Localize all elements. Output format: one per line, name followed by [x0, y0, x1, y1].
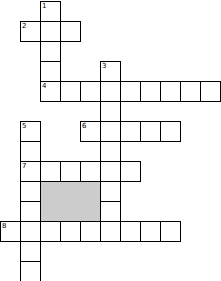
- cell-r11c7[interactable]: [140, 221, 161, 242]
- cell-r1c3[interactable]: [60, 21, 81, 42]
- cell-r4c3[interactable]: [60, 81, 81, 102]
- clue-number-5: 5: [22, 122, 26, 130]
- cell-r8c1[interactable]: 7: [20, 161, 41, 182]
- cell-r4c6[interactable]: [120, 81, 141, 102]
- clue-number-2: 2: [22, 22, 26, 30]
- cell-r11c3[interactable]: [60, 221, 81, 242]
- clue-number-7: 7: [22, 162, 26, 170]
- cell-r5c5[interactable]: [100, 101, 121, 122]
- crossword-grid: 12345678: [0, 1, 221, 281]
- cell-r8c2[interactable]: [40, 161, 61, 182]
- cell-r4c7[interactable]: [140, 81, 161, 102]
- cell-r6c6[interactable]: [120, 121, 141, 142]
- cell-r8c4[interactable]: [80, 161, 101, 182]
- cell-r3c5[interactable]: 3: [100, 61, 121, 82]
- cell-r4c9[interactable]: [180, 81, 201, 102]
- cell-r7c1[interactable]: [20, 141, 41, 162]
- clue-number-8: 8: [2, 222, 6, 230]
- cell-r11c2[interactable]: [40, 221, 61, 242]
- cell-r4c10[interactable]: [200, 81, 221, 102]
- crossword-puzzle: 12345678: [0, 0, 221, 281]
- clue-number-1: 1: [42, 2, 46, 10]
- cell-r11c5[interactable]: [100, 221, 121, 242]
- cell-r4c4[interactable]: [80, 81, 101, 102]
- cell-r0c2[interactable]: 1: [40, 1, 61, 22]
- cell-r9c5[interactable]: [100, 181, 121, 202]
- blocked-region: [40, 181, 101, 222]
- cell-r6c8[interactable]: [160, 121, 181, 142]
- cell-r11c1[interactable]: [20, 221, 41, 242]
- cell-r11c6[interactable]: [120, 221, 141, 242]
- cell-r1c1[interactable]: 2: [20, 21, 41, 42]
- clue-number-4: 4: [42, 82, 46, 90]
- cell-r8c5[interactable]: [100, 161, 121, 182]
- cell-r6c5[interactable]: [100, 121, 121, 142]
- cell-r12c1[interactable]: [20, 241, 41, 262]
- cell-r13c1[interactable]: [20, 261, 41, 281]
- cell-r6c7[interactable]: [140, 121, 161, 142]
- clue-number-3: 3: [102, 62, 106, 70]
- cell-r9c1[interactable]: [20, 181, 41, 202]
- cell-r11c8[interactable]: [160, 221, 181, 242]
- cell-r8c3[interactable]: [60, 161, 81, 182]
- cell-r10c5[interactable]: [100, 201, 121, 222]
- cell-r1c2[interactable]: [40, 21, 61, 42]
- cell-r7c5[interactable]: [100, 141, 121, 162]
- cell-r4c8[interactable]: [160, 81, 181, 102]
- cell-r2c2[interactable]: [40, 41, 61, 62]
- clue-number-6: 6: [82, 122, 86, 130]
- cell-r11c4[interactable]: [80, 221, 101, 242]
- cell-r3c2[interactable]: [40, 61, 61, 82]
- cell-r6c4[interactable]: 6: [80, 121, 101, 142]
- cell-r4c5[interactable]: [100, 81, 121, 102]
- cell-r11c0[interactable]: 8: [0, 221, 21, 242]
- cell-r6c1[interactable]: 5: [20, 121, 41, 142]
- cell-r8c6[interactable]: [120, 161, 141, 182]
- cell-r4c2[interactable]: 4: [40, 81, 61, 102]
- cell-r10c1[interactable]: [20, 201, 41, 222]
